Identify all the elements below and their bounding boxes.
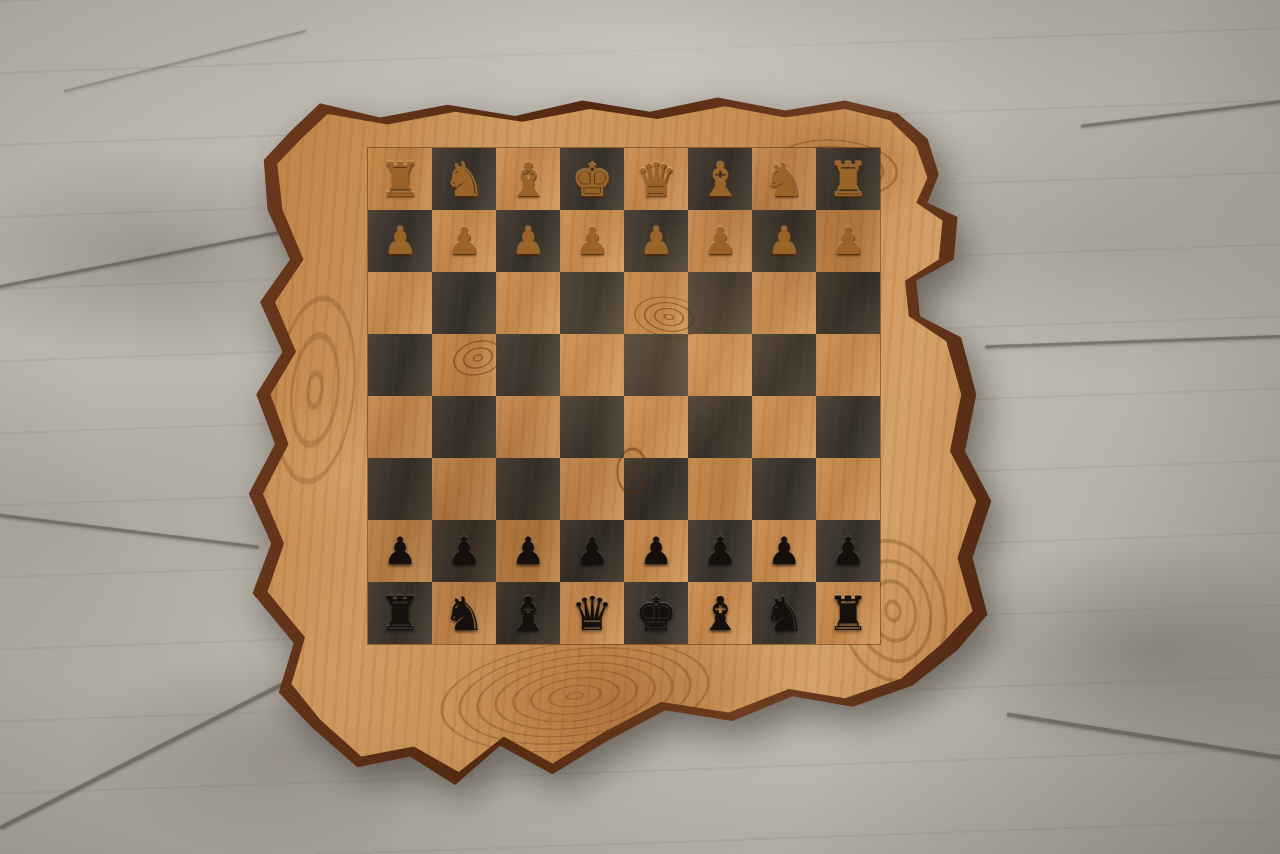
square-f7[interactable]: ♟	[496, 520, 560, 582]
square-e3[interactable]	[560, 272, 624, 334]
square-d8[interactable]: ♚	[624, 582, 688, 644]
square-g8[interactable]: ♞	[432, 582, 496, 644]
square-a2[interactable]: ♟	[816, 210, 880, 272]
piece-black-pawn[interactable]: ♟	[831, 532, 865, 570]
square-g6[interactable]	[432, 458, 496, 520]
piece-black-pawn[interactable]: ♟	[383, 532, 417, 570]
square-a4[interactable]	[816, 334, 880, 396]
piece-black-rook[interactable]: ♜	[379, 590, 421, 637]
board-light-tint	[368, 148, 880, 644]
square-d1[interactable]: ♛	[624, 148, 688, 210]
square-f4[interactable]	[496, 334, 560, 396]
square-e1[interactable]: ♚	[560, 148, 624, 210]
square-c5[interactable]	[688, 396, 752, 458]
square-a8[interactable]: ♜	[816, 582, 880, 644]
piece-black-pawn[interactable]: ♟	[703, 532, 737, 570]
square-c2[interactable]: ♟	[688, 210, 752, 272]
piece-white-pawn[interactable]: ♟	[703, 222, 737, 260]
square-h8[interactable]: ♜	[368, 582, 432, 644]
piece-black-knight[interactable]: ♞	[763, 590, 805, 637]
piece-black-pawn[interactable]: ♟	[447, 532, 481, 570]
square-a5[interactable]	[816, 396, 880, 458]
board-wood-knot	[440, 329, 515, 389]
square-e2[interactable]: ♟	[560, 210, 624, 272]
square-f5[interactable]	[496, 396, 560, 458]
square-c6[interactable]	[688, 458, 752, 520]
piece-black-king[interactable]: ♚	[635, 590, 677, 637]
piece-white-pawn[interactable]: ♟	[767, 222, 801, 260]
square-a3[interactable]	[816, 272, 880, 334]
square-b5[interactable]	[752, 396, 816, 458]
piece-black-queen[interactable]: ♛	[571, 590, 613, 637]
piece-black-rook[interactable]: ♜	[827, 590, 869, 637]
piece-white-pawn[interactable]: ♟	[575, 222, 609, 260]
square-b3[interactable]	[752, 272, 816, 334]
piece-black-pawn[interactable]: ♟	[767, 532, 801, 570]
square-d6[interactable]	[624, 458, 688, 520]
square-f6[interactable]	[496, 458, 560, 520]
piece-black-knight[interactable]: ♞	[443, 590, 485, 637]
square-a1[interactable]: ♜	[816, 148, 880, 210]
square-h7[interactable]: ♟	[368, 520, 432, 582]
piece-white-knight[interactable]: ♞	[763, 156, 805, 203]
square-g2[interactable]: ♟	[432, 210, 496, 272]
square-f8[interactable]: ♝	[496, 582, 560, 644]
square-c1[interactable]: ♝	[688, 148, 752, 210]
square-b7[interactable]: ♟	[752, 520, 816, 582]
chess-board: ♜♞♝♚♛♝♞♜♟♟♟♟♟♟♟♟♟♟♟♟♟♟♟♟♜♞♝♛♚♝♞♜	[368, 148, 880, 644]
piece-white-pawn[interactable]: ♟	[383, 222, 417, 260]
piece-black-pawn[interactable]: ♟	[575, 532, 609, 570]
square-b4[interactable]	[752, 334, 816, 396]
square-h4[interactable]	[368, 334, 432, 396]
piece-white-rook[interactable]: ♜	[379, 156, 421, 203]
square-g4[interactable]	[432, 334, 496, 396]
square-a6[interactable]	[816, 458, 880, 520]
piece-white-bishop[interactable]: ♝	[507, 156, 549, 203]
square-d5[interactable]	[624, 396, 688, 458]
piece-black-bishop[interactable]: ♝	[507, 590, 549, 637]
piece-white-pawn[interactable]: ♟	[639, 222, 673, 260]
square-d7[interactable]: ♟	[624, 520, 688, 582]
piece-white-knight[interactable]: ♞	[443, 156, 485, 203]
square-c7[interactable]: ♟	[688, 520, 752, 582]
square-h3[interactable]	[368, 272, 432, 334]
board-slab: ♜♞♝♚♛♝♞♜♟♟♟♟♟♟♟♟♟♟♟♟♟♟♟♟♜♞♝♛♚♝♞♜	[245, 82, 995, 792]
piece-white-pawn[interactable]: ♟	[447, 222, 481, 260]
square-e8[interactable]: ♛	[560, 582, 624, 644]
square-d3[interactable]	[624, 272, 688, 334]
square-e6[interactable]	[560, 458, 624, 520]
square-g7[interactable]: ♟	[432, 520, 496, 582]
square-b1[interactable]: ♞	[752, 148, 816, 210]
square-b8[interactable]: ♞	[752, 582, 816, 644]
square-e7[interactable]: ♟	[560, 520, 624, 582]
square-g1[interactable]: ♞	[432, 148, 496, 210]
square-c8[interactable]: ♝	[688, 582, 752, 644]
piece-white-pawn[interactable]: ♟	[511, 222, 545, 260]
piece-black-pawn[interactable]: ♟	[639, 532, 673, 570]
square-h5[interactable]	[368, 396, 432, 458]
square-g5[interactable]	[432, 396, 496, 458]
square-c4[interactable]	[688, 334, 752, 396]
square-e5[interactable]	[560, 396, 624, 458]
photo-scene: ♜♞♝♚♛♝♞♜♟♟♟♟♟♟♟♟♟♟♟♟♟♟♟♟♜♞♝♛♚♝♞♜	[0, 0, 1280, 854]
square-g3[interactable]	[432, 272, 496, 334]
square-d4[interactable]	[624, 334, 688, 396]
piece-white-pawn[interactable]: ♟	[831, 222, 865, 260]
square-a7[interactable]: ♟	[816, 520, 880, 582]
square-h1[interactable]: ♜	[368, 148, 432, 210]
square-f1[interactable]: ♝	[496, 148, 560, 210]
square-b6[interactable]	[752, 458, 816, 520]
square-h2[interactable]: ♟	[368, 210, 432, 272]
piece-black-pawn[interactable]: ♟	[511, 532, 545, 570]
piece-white-queen[interactable]: ♛	[635, 156, 677, 203]
square-f2[interactable]: ♟	[496, 210, 560, 272]
board-wood-knot	[607, 435, 657, 507]
board-wood-knot	[632, 292, 707, 341]
piece-white-rook[interactable]: ♜	[827, 156, 869, 203]
square-e4[interactable]	[560, 334, 624, 396]
square-d2[interactable]: ♟	[624, 210, 688, 272]
square-b2[interactable]: ♟	[752, 210, 816, 272]
piece-white-king[interactable]: ♚	[571, 156, 613, 203]
square-h6[interactable]	[368, 458, 432, 520]
piece-black-bishop[interactable]: ♝	[699, 590, 741, 637]
square-f3[interactable]	[496, 272, 560, 334]
piece-white-bishop[interactable]: ♝	[699, 156, 741, 203]
square-c3[interactable]	[688, 272, 752, 334]
